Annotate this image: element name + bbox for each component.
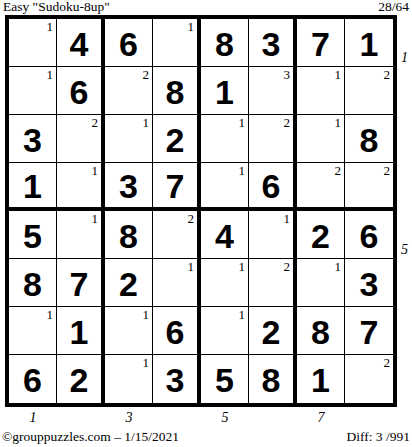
- cell-r8c4[interactable]: 3: [153, 355, 201, 403]
- given-digit: 5: [201, 355, 248, 403]
- given-digit: 1: [9, 163, 56, 207]
- given-digit: 2: [105, 259, 152, 306]
- given-digit: 6: [153, 307, 197, 354]
- cell-r5c1[interactable]: 5: [9, 211, 57, 259]
- puzzle-page: Easy "Sudoku-8up" 28/64 1461837116281312…: [0, 0, 412, 447]
- given-digit: 8: [297, 307, 344, 354]
- corner-mark: 1: [335, 260, 342, 273]
- cell-r4c1[interactable]: 1: [9, 163, 57, 211]
- corner-mark: 1: [47, 20, 54, 33]
- cell-r2c5[interactable]: 1: [201, 67, 249, 115]
- given-digit: 7: [345, 307, 393, 354]
- cell-r3c1[interactable]: 3: [9, 115, 57, 163]
- col-label-7: 7: [318, 411, 325, 425]
- corner-mark: 1: [143, 116, 150, 129]
- footer: ©grouppuzzles.com – 1/15/2021 Diff: 3 /9…: [2, 429, 410, 444]
- puzzle-title: Easy "Sudoku-8up": [3, 0, 110, 14]
- cell-r7c2[interactable]: 1: [57, 307, 105, 355]
- cell-r7c1[interactable]: 1: [9, 307, 57, 355]
- col-label-5: 5: [222, 411, 229, 425]
- cell-r5c5[interactable]: 4: [201, 211, 249, 259]
- cell-r1c1[interactable]: 1: [9, 19, 57, 67]
- corner-mark: 1: [239, 260, 246, 273]
- corner-mark: 2: [335, 164, 342, 177]
- cell-r4c7[interactable]: 2: [297, 163, 345, 211]
- sudoku-grid: 1461837116281312321212181137162251824126…: [5, 15, 397, 407]
- given-digit: 8: [105, 211, 152, 258]
- corner-mark: 2: [188, 212, 195, 225]
- given-digit: 7: [57, 259, 101, 306]
- cell-r5c7[interactable]: 2: [297, 211, 345, 259]
- cell-r8c5[interactable]: 5: [201, 355, 249, 403]
- cell-r8c2[interactable]: 2: [57, 355, 105, 403]
- cell-r1c2[interactable]: 4: [57, 19, 105, 67]
- given-digit: 1: [201, 67, 248, 114]
- cell-r6c5[interactable]: 1: [201, 259, 249, 307]
- cell-r3c8[interactable]: 8: [345, 115, 393, 163]
- corner-mark: 1: [239, 308, 246, 321]
- row-label-1: 1: [401, 51, 408, 65]
- cell-r4c2[interactable]: 1: [57, 163, 105, 211]
- given-digit: 3: [9, 115, 56, 162]
- cell-r1c4[interactable]: 1: [153, 19, 201, 67]
- corner-mark: 2: [143, 68, 150, 81]
- cell-r7c8[interactable]: 7: [345, 307, 393, 355]
- corner-mark: 1: [143, 308, 150, 321]
- corner-mark: 1: [47, 68, 54, 81]
- given-digit: 6: [57, 67, 101, 114]
- header: Easy "Sudoku-8up" 28/64: [3, 0, 409, 14]
- corner-mark: 1: [143, 356, 150, 369]
- cell-r3c6[interactable]: 2: [249, 115, 297, 163]
- given-digit: 8: [249, 355, 293, 403]
- given-digit: 6: [105, 19, 152, 66]
- cell-r7c7[interactable]: 8: [297, 307, 345, 355]
- given-digit: 4: [57, 19, 101, 66]
- row-label-5: 5: [401, 243, 408, 257]
- cell-r2c8[interactable]: 2: [345, 67, 393, 115]
- given-digit: 3: [105, 163, 152, 207]
- cell-r6c2[interactable]: 7: [57, 259, 105, 307]
- corner-mark: 2: [284, 116, 291, 129]
- corner-mark: 1: [92, 164, 99, 177]
- cell-r7c3[interactable]: 1: [105, 307, 153, 355]
- corner-mark: 3: [284, 68, 291, 81]
- cell-r5c8[interactable]: 6: [345, 211, 393, 259]
- corner-mark: 2: [384, 164, 391, 177]
- given-digit: 6: [345, 211, 393, 258]
- cell-r2c4[interactable]: 8: [153, 67, 201, 115]
- given-digit: 1: [345, 19, 393, 66]
- cell-r6c6[interactable]: 2: [249, 259, 297, 307]
- cell-r5c2[interactable]: 1: [57, 211, 105, 259]
- cell-counter: 28/64: [378, 0, 409, 14]
- given-digit: 6: [9, 355, 56, 403]
- corner-mark: 1: [335, 68, 342, 81]
- cell-r7c6[interactable]: 2: [249, 307, 297, 355]
- copyright-text: ©grouppuzzles.com – 1/15/2021: [2, 429, 179, 444]
- given-digit: 7: [297, 19, 344, 66]
- corner-mark: 1: [335, 116, 342, 129]
- given-digit: 8: [345, 115, 393, 162]
- given-digit: 3: [345, 259, 393, 306]
- cell-r8c6[interactable]: 8: [249, 355, 297, 403]
- given-digit: 6: [249, 163, 293, 207]
- cell-r8c1[interactable]: 6: [9, 355, 57, 403]
- corner-mark: 1: [92, 212, 99, 225]
- given-digit: 3: [249, 19, 293, 66]
- cell-r2c1[interactable]: 1: [9, 67, 57, 115]
- given-digit: 4: [201, 211, 248, 258]
- given-digit: 7: [153, 163, 197, 207]
- board: 1461837116281312321212181137162251824126…: [5, 15, 397, 407]
- given-digit: 2: [153, 115, 197, 162]
- col-label-1: 1: [30, 411, 37, 425]
- given-digit: 8: [153, 67, 197, 114]
- corner-mark: 1: [239, 164, 246, 177]
- cell-r3c3[interactable]: 1: [105, 115, 153, 163]
- cell-r1c8[interactable]: 1: [345, 19, 393, 67]
- difficulty-text: Diff: 3 /991: [347, 429, 411, 444]
- cell-r4c8[interactable]: 2: [345, 163, 393, 211]
- cell-r3c2[interactable]: 2: [57, 115, 105, 163]
- cell-r2c3[interactable]: 2: [105, 67, 153, 115]
- cell-r3c5[interactable]: 1: [201, 115, 249, 163]
- cell-r1c5[interactable]: 8: [201, 19, 249, 67]
- given-digit: 1: [297, 355, 344, 403]
- given-digit: 2: [297, 211, 344, 258]
- cell-r5c3[interactable]: 8: [105, 211, 153, 259]
- cell-r7c5[interactable]: 1: [201, 307, 249, 355]
- given-digit: 2: [57, 355, 101, 403]
- corner-mark: 2: [284, 260, 291, 273]
- given-digit: 3: [153, 355, 197, 403]
- cell-r8c7[interactable]: 1: [297, 355, 345, 403]
- given-digit: 5: [9, 211, 56, 258]
- cell-r2c2[interactable]: 6: [57, 67, 105, 115]
- cell-r8c8[interactable]: 2: [345, 355, 393, 403]
- cell-r5c4[interactable]: 2: [153, 211, 201, 259]
- cell-r6c8[interactable]: 3: [345, 259, 393, 307]
- cell-r7c4[interactable]: 6: [153, 307, 201, 355]
- cell-r6c7[interactable]: 1: [297, 259, 345, 307]
- cell-r3c7[interactable]: 1: [297, 115, 345, 163]
- corner-mark: 2: [384, 356, 391, 369]
- given-digit: 2: [249, 307, 293, 354]
- cell-r4c5[interactable]: 1: [201, 163, 249, 211]
- corner-mark: 1: [47, 308, 54, 321]
- cell-r4c4[interactable]: 7: [153, 163, 201, 211]
- cell-r6c3[interactable]: 2: [105, 259, 153, 307]
- corner-mark: 1: [239, 116, 246, 129]
- col-label-3: 3: [126, 411, 133, 425]
- cell-r4c6[interactable]: 6: [249, 163, 297, 211]
- cell-r4c3[interactable]: 3: [105, 163, 153, 211]
- corner-mark: 2: [92, 116, 99, 129]
- corner-mark: 1: [188, 260, 195, 273]
- cell-r2c7[interactable]: 1: [297, 67, 345, 115]
- corner-mark: 2: [384, 68, 391, 81]
- corner-mark: 1: [284, 212, 291, 225]
- given-digit: 8: [9, 259, 56, 306]
- cell-r1c6[interactable]: 3: [249, 19, 297, 67]
- given-digit: 1: [57, 307, 101, 354]
- cell-r1c7[interactable]: 7: [297, 19, 345, 67]
- cell-r2c6[interactable]: 3: [249, 67, 297, 115]
- cell-r1c3[interactable]: 6: [105, 19, 153, 67]
- cell-r6c4[interactable]: 1: [153, 259, 201, 307]
- cell-r6c1[interactable]: 8: [9, 259, 57, 307]
- corner-mark: 1: [188, 20, 195, 33]
- cell-r5c6[interactable]: 1: [249, 211, 297, 259]
- given-digit: 8: [201, 19, 248, 66]
- cell-r3c4[interactable]: 2: [153, 115, 201, 163]
- cell-r8c3[interactable]: 1: [105, 355, 153, 403]
